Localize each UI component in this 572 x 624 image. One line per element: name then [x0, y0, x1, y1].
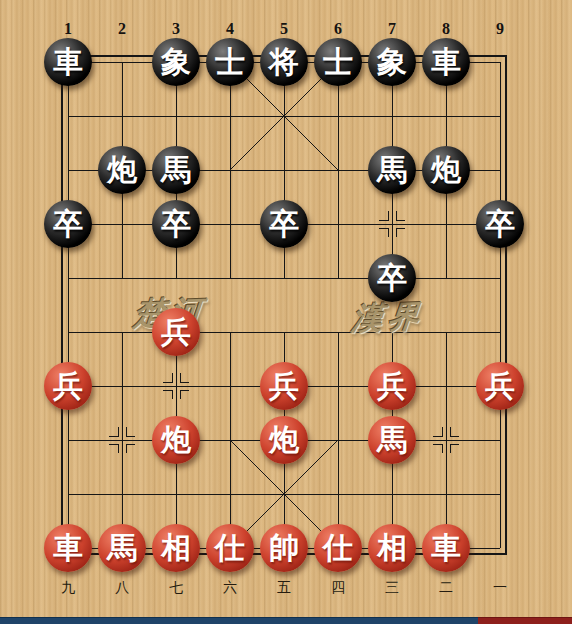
file-label-bottom: 三 [385, 579, 399, 597]
piece-black-advisor[interactable]: 士 [314, 38, 362, 86]
black-piece-glyph: 象 [161, 47, 191, 77]
bottom-window-strip [0, 617, 572, 624]
file-label-bottom: 五 [277, 579, 291, 597]
black-piece-glyph: 士 [323, 47, 353, 77]
red-piece-glyph: 馬 [377, 425, 407, 455]
piece-black-elephant[interactable]: 象 [152, 38, 200, 86]
piece-black-soldier[interactable]: 卒 [476, 200, 524, 248]
red-piece-glyph: 相 [377, 533, 407, 563]
piece-red-advisor[interactable]: 仕 [314, 524, 362, 572]
black-piece-glyph: 卒 [485, 209, 515, 239]
piece-red-general[interactable]: 帥 [260, 524, 308, 572]
red-piece-glyph: 仕 [323, 533, 353, 563]
file-label-top: 7 [388, 20, 396, 38]
piece-black-chariot[interactable]: 車 [44, 38, 92, 86]
piece-red-chariot[interactable]: 車 [44, 524, 92, 572]
piece-black-elephant[interactable]: 象 [368, 38, 416, 86]
red-piece-glyph: 兵 [53, 371, 83, 401]
piece-red-chariot[interactable]: 車 [422, 524, 470, 572]
red-piece-glyph: 炮 [269, 425, 299, 455]
piece-black-advisor[interactable]: 士 [206, 38, 254, 86]
piece-red-horse[interactable]: 馬 [368, 416, 416, 464]
bottom-strip-red [478, 617, 572, 624]
piece-black-horse[interactable]: 馬 [152, 146, 200, 194]
red-piece-glyph: 相 [161, 533, 191, 563]
file-label-top: 8 [442, 20, 450, 38]
black-piece-glyph: 象 [377, 47, 407, 77]
red-piece-glyph: 馬 [107, 533, 137, 563]
file-label-bottom: 一 [493, 579, 507, 597]
xiangqi-app: 楚河 漢界 車象士将士象車炮馬馬炮卒卒卒卒卒兵兵兵兵兵炮炮馬車馬相仕帥仕相車 1… [0, 0, 572, 624]
piece-black-cannon[interactable]: 炮 [422, 146, 470, 194]
piece-red-cannon[interactable]: 炮 [260, 416, 308, 464]
file-label-bottom: 二 [439, 579, 453, 597]
file-label-bottom: 七 [169, 579, 183, 597]
red-piece-glyph: 兵 [161, 317, 191, 347]
black-piece-glyph: 車 [53, 47, 83, 77]
piece-red-soldier[interactable]: 兵 [368, 362, 416, 410]
black-piece-glyph: 卒 [161, 209, 191, 239]
file-label-top: 3 [172, 20, 180, 38]
black-piece-glyph: 炮 [107, 155, 137, 185]
file-label-bottom: 九 [61, 579, 75, 597]
piece-black-cannon[interactable]: 炮 [98, 146, 146, 194]
black-piece-glyph: 卒 [377, 263, 407, 293]
red-piece-glyph: 車 [431, 533, 461, 563]
file-label-bottom: 八 [115, 579, 129, 597]
piece-black-horse[interactable]: 馬 [368, 146, 416, 194]
piece-black-soldier[interactable]: 卒 [260, 200, 308, 248]
piece-red-advisor[interactable]: 仕 [206, 524, 254, 572]
red-piece-glyph: 兵 [377, 371, 407, 401]
black-piece-glyph: 卒 [53, 209, 83, 239]
red-piece-glyph: 兵 [485, 371, 515, 401]
piece-red-soldier[interactable]: 兵 [152, 308, 200, 356]
black-piece-glyph: 馬 [377, 155, 407, 185]
piece-black-soldier[interactable]: 卒 [152, 200, 200, 248]
black-piece-glyph: 車 [431, 47, 461, 77]
red-piece-glyph: 兵 [269, 371, 299, 401]
piece-red-elephant[interactable]: 相 [368, 524, 416, 572]
piece-red-cannon[interactable]: 炮 [152, 416, 200, 464]
bottom-strip-blue [0, 617, 478, 624]
piece-black-general[interactable]: 将 [260, 38, 308, 86]
red-piece-glyph: 車 [53, 533, 83, 563]
black-piece-glyph: 馬 [161, 155, 191, 185]
file-label-bottom: 六 [223, 579, 237, 597]
file-label-top: 5 [280, 20, 288, 38]
black-piece-glyph: 卒 [269, 209, 299, 239]
black-piece-glyph: 士 [215, 47, 245, 77]
piece-red-elephant[interactable]: 相 [152, 524, 200, 572]
red-piece-glyph: 炮 [161, 425, 191, 455]
red-piece-glyph: 仕 [215, 533, 245, 563]
file-label-top: 4 [226, 20, 234, 38]
river-label-right: 漢界 [350, 296, 427, 340]
piece-black-soldier[interactable]: 卒 [368, 254, 416, 302]
file-label-top: 1 [64, 20, 72, 38]
red-piece-glyph: 帥 [269, 533, 299, 563]
black-piece-glyph: 将 [269, 47, 299, 77]
piece-black-chariot[interactable]: 車 [422, 38, 470, 86]
black-piece-glyph: 炮 [431, 155, 461, 185]
file-lines [68, 62, 500, 548]
file-label-top: 2 [118, 20, 126, 38]
piece-red-soldier[interactable]: 兵 [44, 362, 92, 410]
file-label-bottom: 四 [331, 579, 345, 597]
piece-red-soldier[interactable]: 兵 [260, 362, 308, 410]
file-label-top: 9 [496, 20, 504, 38]
piece-red-soldier[interactable]: 兵 [476, 362, 524, 410]
piece-black-soldier[interactable]: 卒 [44, 200, 92, 248]
file-label-top: 6 [334, 20, 342, 38]
piece-red-horse[interactable]: 馬 [98, 524, 146, 572]
